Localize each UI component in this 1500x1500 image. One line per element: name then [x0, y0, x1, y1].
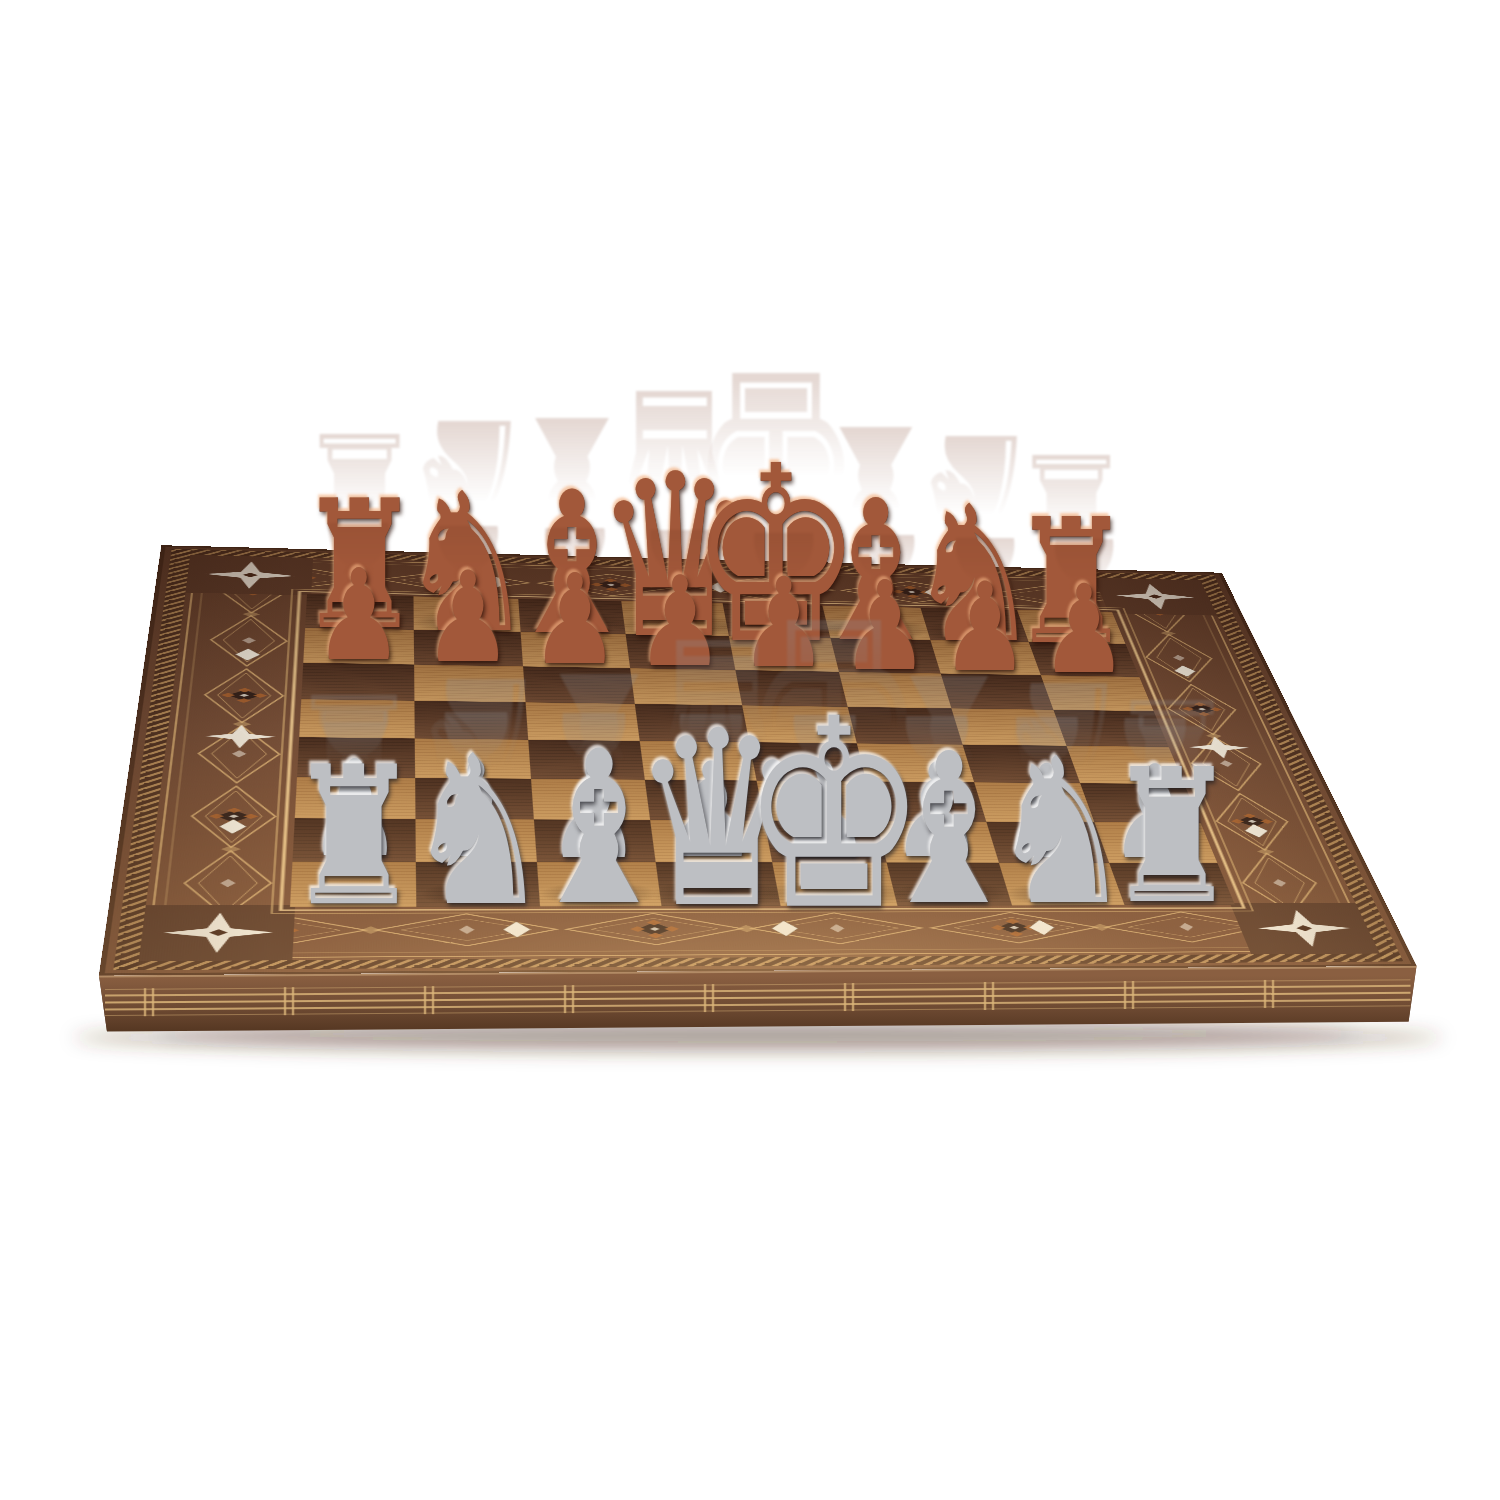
piece-black-pawn-g7[interactable]: ♟: [941, 567, 1029, 690]
piece-black-pawn-c7[interactable]: ♟: [530, 558, 620, 683]
piece-black-pawn-a7[interactable]: ♟: [314, 553, 404, 679]
piece-black-pawn-h7[interactable]: ♟: [1040, 569, 1128, 691]
piece-white-rook-h1[interactable]: ♜: [1105, 745, 1238, 930]
piece-black-pawn-d7[interactable]: ♟: [636, 560, 725, 684]
piece-white-rook-a1[interactable]: ♜: [285, 741, 422, 932]
piece-black-pawn-b7[interactable]: ♟: [423, 556, 513, 681]
product-photo-scene: ♜♜♞♞♝♝♛♛♚♚♝♝♞♞♜♜♟♟♟♟♟♟♟♟♟♟♟♟♟♟♟♟♟♟♟♟♟♟♟♟…: [0, 0, 1500, 1500]
